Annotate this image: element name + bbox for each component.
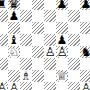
- square-e1[interactable]: [44, 82, 56, 90]
- square-h3[interactable]: [80, 58, 90, 70]
- square-g6[interactable]: [68, 22, 80, 34]
- square-g1[interactable]: [68, 82, 80, 90]
- square-h1[interactable]: ♙: [80, 82, 90, 90]
- black-pawn[interactable]: ♟: [80, 0, 90, 10]
- white-pawn[interactable]: ♙: [8, 82, 20, 90]
- square-d7[interactable]: [32, 10, 44, 22]
- square-c8[interactable]: [20, 0, 32, 10]
- square-d2[interactable]: [32, 70, 44, 82]
- square-g7[interactable]: [68, 10, 80, 22]
- square-g4[interactable]: [68, 46, 80, 58]
- square-c5[interactable]: [20, 34, 32, 46]
- square-c1[interactable]: [20, 82, 32, 90]
- square-g8[interactable]: [68, 0, 80, 10]
- square-a5[interactable]: [0, 34, 8, 46]
- chess-diagram: ♜♛♟♟♟♝♟♘♙♙♞♗♕♙♙♙: [0, 0, 90, 90]
- square-d3[interactable]: [32, 58, 44, 70]
- square-h7[interactable]: [80, 10, 90, 22]
- square-g5[interactable]: [68, 34, 80, 46]
- square-h6[interactable]: [80, 22, 90, 34]
- white-knight[interactable]: ♘: [8, 46, 20, 58]
- square-e8[interactable]: [44, 0, 56, 10]
- square-d8[interactable]: [32, 0, 44, 10]
- square-e6[interactable]: [44, 22, 56, 34]
- square-a6[interactable]: [0, 22, 8, 34]
- square-f4[interactable]: ♙: [56, 46, 68, 58]
- white-bishop[interactable]: ♗: [20, 70, 32, 82]
- black-knight[interactable]: ♞: [80, 46, 90, 58]
- square-c7[interactable]: [20, 10, 32, 22]
- square-f7[interactable]: [56, 10, 68, 22]
- square-h8[interactable]: ♟: [80, 0, 90, 10]
- black-pawn[interactable]: ♟: [56, 0, 68, 10]
- square-e2[interactable]: [44, 70, 56, 82]
- square-e4[interactable]: ♙: [44, 46, 56, 58]
- square-h4[interactable]: ♞: [80, 46, 90, 58]
- square-f8[interactable]: ♟: [56, 0, 68, 10]
- square-c4[interactable]: [20, 46, 32, 58]
- square-a4[interactable]: [0, 46, 8, 58]
- square-c2[interactable]: ♗: [20, 70, 32, 82]
- square-b4[interactable]: ♘: [8, 46, 20, 58]
- square-d5[interactable]: [32, 34, 44, 46]
- square-g3[interactable]: [68, 58, 80, 70]
- square-d1[interactable]: [32, 82, 44, 90]
- white-pawn[interactable]: ♙: [56, 46, 68, 58]
- square-a3[interactable]: [0, 58, 8, 70]
- square-f2[interactable]: ♕: [56, 70, 68, 82]
- black-pawn[interactable]: ♟: [8, 10, 20, 22]
- white-queen[interactable]: ♕: [56, 70, 68, 82]
- square-a1[interactable]: ♙: [0, 82, 8, 90]
- white-pawn[interactable]: ♙: [0, 82, 8, 90]
- chess-board: ♜♛♟♟♟♝♟♘♙♙♞♗♕♙♙♙: [0, 0, 90, 90]
- square-a7[interactable]: [0, 10, 8, 22]
- square-c6[interactable]: [20, 22, 32, 34]
- square-g2[interactable]: [68, 70, 80, 82]
- square-b1[interactable]: ♙: [8, 82, 20, 90]
- square-e7[interactable]: [44, 10, 56, 22]
- square-a8[interactable]: ♜: [0, 0, 8, 10]
- white-pawn[interactable]: ♙: [80, 82, 90, 90]
- square-d6[interactable]: [32, 22, 44, 34]
- square-e3[interactable]: [44, 58, 56, 70]
- square-f1[interactable]: [56, 82, 68, 90]
- square-d4[interactable]: [32, 46, 44, 58]
- square-b3[interactable]: [8, 58, 20, 70]
- square-b7[interactable]: ♟: [8, 10, 20, 22]
- black-rook[interactable]: ♜: [0, 0, 8, 10]
- white-pawn[interactable]: ♙: [44, 46, 56, 58]
